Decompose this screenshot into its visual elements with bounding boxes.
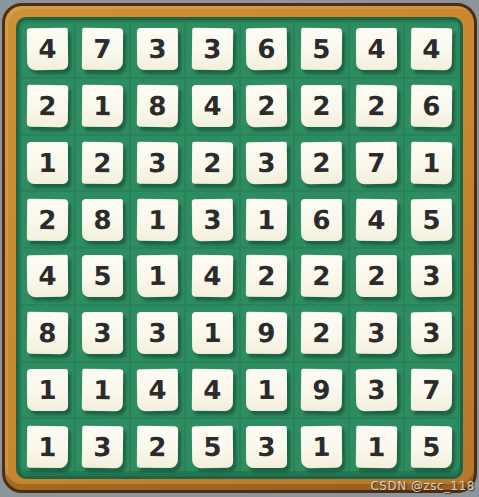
grid-cell: 4: [404, 21, 459, 78]
tile-grid: 4733654421842226123232712813164545142223…: [20, 21, 459, 475]
grid-cell: 4: [349, 21, 404, 78]
grid-cell: 4: [185, 248, 240, 305]
grid-cell: 2: [240, 248, 295, 305]
grid-cell: 1: [20, 135, 75, 192]
number-tile[interactable]: 4: [191, 85, 232, 127]
number-tile[interactable]: 5: [191, 425, 232, 467]
grid-cell: 4: [349, 191, 404, 248]
grid-cell: 5: [294, 21, 349, 78]
grid-cell: 2: [75, 135, 130, 192]
number-tile[interactable]: 1: [136, 255, 177, 297]
grid-cell: 3: [185, 191, 240, 248]
grid-cell: 3: [130, 135, 185, 192]
grid-cell: 5: [404, 418, 459, 475]
number-tile[interactable]: 2: [82, 142, 123, 184]
grid-cell: 3: [240, 135, 295, 192]
grid-cell: 2: [294, 305, 349, 362]
number-tile[interactable]: 3: [411, 312, 452, 354]
grid-cell: 2: [240, 78, 295, 135]
number-tile[interactable]: 2: [191, 142, 232, 184]
number-tile[interactable]: 2: [246, 255, 287, 297]
grid-cell: 9: [240, 305, 295, 362]
number-tile[interactable]: 4: [27, 255, 68, 297]
number-tile[interactable]: 5: [411, 425, 452, 467]
grid-cell: 4: [20, 248, 75, 305]
grid-cell: 1: [130, 248, 185, 305]
number-tile[interactable]: 1: [246, 198, 287, 240]
number-tile[interactable]: 2: [27, 85, 69, 127]
number-tile[interactable]: 2: [301, 312, 342, 354]
number-tile[interactable]: 8: [27, 312, 69, 354]
grid-cell: 7: [404, 362, 459, 419]
number-tile[interactable]: 2: [301, 255, 343, 297]
grid-cell: 3: [185, 21, 240, 78]
grid-cell: 2: [20, 191, 75, 248]
grid-cell: 4: [20, 21, 75, 78]
number-tile[interactable]: 3: [356, 312, 397, 354]
grid-cell: 7: [75, 21, 130, 78]
grid-cell: 5: [404, 191, 459, 248]
grid-cell: 2: [349, 248, 404, 305]
number-tile[interactable]: 6: [246, 28, 287, 70]
grid-cell: 3: [404, 305, 459, 362]
grid-cell: 1: [75, 78, 130, 135]
number-tile[interactable]: 7: [82, 28, 123, 70]
number-tile[interactable]: 3: [137, 142, 178, 184]
number-tile[interactable]: 9: [301, 369, 343, 411]
grid-cell: 6: [240, 21, 295, 78]
number-tile[interactable]: 6: [411, 85, 453, 127]
grid-cell: 6: [404, 78, 459, 135]
number-tile[interactable]: 1: [301, 425, 342, 467]
number-tile[interactable]: 4: [191, 369, 232, 411]
grid-cell: 3: [130, 21, 185, 78]
grid-cell: 1: [349, 418, 404, 475]
number-tile[interactable]: 3: [137, 28, 178, 70]
number-tile[interactable]: 3: [411, 255, 452, 297]
number-tile[interactable]: 3: [356, 369, 397, 411]
game-screenshot: 4733654421842226123232712813164545142223…: [0, 0, 479, 497]
grid-cell: 3: [349, 305, 404, 362]
game-board: 4733654421842226123232712813164545142223…: [16, 17, 463, 479]
number-tile[interactable]: 1: [82, 85, 123, 127]
number-tile[interactable]: 3: [82, 425, 124, 467]
number-tile[interactable]: 4: [27, 28, 68, 70]
grid-cell: 4: [185, 362, 240, 419]
number-tile[interactable]: 1: [27, 425, 68, 467]
grid-cell: 2: [349, 78, 404, 135]
number-tile[interactable]: 8: [136, 85, 178, 127]
grid-cell: 5: [75, 248, 130, 305]
grid-cell: 3: [130, 305, 185, 362]
grid-cell: 3: [404, 248, 459, 305]
number-tile[interactable]: 3: [191, 198, 232, 240]
grid-cell: 8: [130, 78, 185, 135]
number-tile[interactable]: 1: [246, 369, 287, 411]
grid-cell: 1: [130, 191, 185, 248]
grid-cell: 2: [20, 78, 75, 135]
number-tile[interactable]: 1: [356, 425, 398, 467]
grid-cell: 1: [20, 362, 75, 419]
grid-cell: 9: [294, 362, 349, 419]
grid-cell: 2: [130, 418, 185, 475]
grid-cell: 1: [240, 191, 295, 248]
grid-cell: 2: [185, 135, 240, 192]
number-tile[interactable]: 7: [356, 142, 397, 184]
number-tile[interactable]: 1: [27, 142, 68, 184]
number-tile[interactable]: 3: [137, 312, 178, 354]
grid-cell: 8: [20, 305, 75, 362]
number-tile[interactable]: 2: [301, 85, 342, 127]
number-tile[interactable]: 2: [356, 85, 397, 127]
number-tile[interactable]: 7: [411, 369, 452, 411]
grid-cell: 3: [75, 305, 130, 362]
grid-cell: 8: [75, 191, 130, 248]
number-tile[interactable]: 3: [246, 426, 287, 468]
number-tile[interactable]: 8: [82, 199, 123, 241]
grid-cell: 4: [130, 362, 185, 419]
number-tile[interactable]: 4: [356, 28, 397, 70]
grid-cell: 3: [349, 362, 404, 419]
grid-cell: 3: [240, 418, 295, 475]
grid-cell: 1: [185, 305, 240, 362]
number-tile[interactable]: 1: [191, 312, 232, 354]
grid-cell: 5: [185, 418, 240, 475]
number-tile[interactable]: 1: [411, 142, 453, 184]
grid-cell: 2: [294, 248, 349, 305]
board-frame: 4733654421842226123232712813164545142223…: [2, 3, 477, 493]
grid-cell: 1: [404, 135, 459, 192]
number-tile[interactable]: 4: [411, 28, 453, 70]
grid-cell: 6: [294, 191, 349, 248]
number-tile[interactable]: 4: [356, 198, 398, 240]
grid-cell: 2: [294, 78, 349, 135]
number-tile[interactable]: 9: [246, 312, 287, 354]
number-tile[interactable]: 6: [301, 199, 342, 241]
number-tile[interactable]: 4: [136, 369, 177, 411]
grid-cell: 1: [20, 418, 75, 475]
number-tile[interactable]: 2: [356, 255, 397, 297]
number-tile[interactable]: 1: [27, 369, 68, 411]
grid-cell: 7: [349, 135, 404, 192]
number-tile[interactable]: 3: [246, 142, 287, 184]
number-tile[interactable]: 3: [191, 28, 233, 70]
grid-cell: 4: [185, 78, 240, 135]
number-tile[interactable]: 3: [82, 312, 123, 354]
number-tile[interactable]: 5: [301, 28, 342, 70]
number-tile[interactable]: 5: [411, 198, 452, 240]
number-tile[interactable]: 5: [82, 255, 123, 297]
number-tile[interactable]: 1: [82, 369, 124, 411]
grid-cell: 3: [75, 418, 130, 475]
number-tile[interactable]: 2: [27, 198, 68, 240]
grid-cell: 1: [294, 418, 349, 475]
grid-cell: 1: [75, 362, 130, 419]
grid-cell: 1: [240, 362, 295, 419]
number-tile[interactable]: 2: [301, 142, 342, 184]
number-tile[interactable]: 2: [137, 425, 178, 467]
number-tile[interactable]: 1: [136, 198, 178, 240]
number-tile[interactable]: 4: [191, 255, 233, 297]
grid-cell: 2: [294, 135, 349, 192]
number-tile[interactable]: 2: [246, 85, 287, 127]
